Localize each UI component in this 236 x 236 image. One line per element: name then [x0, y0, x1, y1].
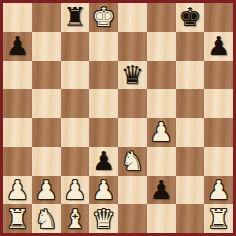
board-frame: ♜♚♚♟♟♛♟♟♞♟♟♟♟♟♟♜♞♝♛♜: [0, 0, 236, 236]
piece-white-pawn-d2[interactable]: ♟: [92, 177, 115, 203]
square-f5[interactable]: [147, 89, 176, 118]
square-d1[interactable]: ♛: [89, 204, 118, 233]
piece-black-pawn-d3[interactable]: ♟: [92, 148, 115, 174]
square-a7[interactable]: ♟: [3, 32, 32, 61]
square-d7[interactable]: [89, 32, 118, 61]
square-a4[interactable]: [3, 118, 32, 147]
piece-white-pawn-h2[interactable]: ♟: [207, 177, 230, 203]
square-d5[interactable]: [89, 89, 118, 118]
square-g4[interactable]: [176, 118, 205, 147]
square-a1[interactable]: ♜: [3, 204, 32, 233]
square-c8[interactable]: ♜: [61, 3, 90, 32]
square-d2[interactable]: ♟: [89, 176, 118, 205]
square-g8[interactable]: ♚: [176, 3, 205, 32]
square-h8[interactable]: [204, 3, 233, 32]
square-d3[interactable]: ♟: [89, 147, 118, 176]
piece-white-king-d8[interactable]: ♚: [92, 4, 115, 30]
square-a8[interactable]: [3, 3, 32, 32]
square-g7[interactable]: [176, 32, 205, 61]
square-g3[interactable]: [176, 147, 205, 176]
square-c3[interactable]: [61, 147, 90, 176]
square-a2[interactable]: ♟: [3, 176, 32, 205]
square-e7[interactable]: [118, 32, 147, 61]
square-e8[interactable]: [118, 3, 147, 32]
square-f7[interactable]: [147, 32, 176, 61]
square-d8[interactable]: ♚: [89, 3, 118, 32]
piece-white-knight-b1[interactable]: ♞: [34, 206, 57, 232]
square-b3[interactable]: [32, 147, 61, 176]
square-f3[interactable]: [147, 147, 176, 176]
square-c4[interactable]: [61, 118, 90, 147]
piece-white-knight-e3[interactable]: ♞: [121, 148, 144, 174]
square-h2[interactable]: ♟: [204, 176, 233, 205]
square-f2[interactable]: ♟: [147, 176, 176, 205]
square-b8[interactable]: [32, 3, 61, 32]
square-a6[interactable]: [3, 61, 32, 90]
piece-black-pawn-a7[interactable]: ♟: [6, 33, 29, 59]
square-e3[interactable]: ♞: [118, 147, 147, 176]
piece-black-king-g8[interactable]: ♚: [178, 4, 201, 30]
square-c5[interactable]: [61, 89, 90, 118]
square-c1[interactable]: ♝: [61, 204, 90, 233]
square-b5[interactable]: [32, 89, 61, 118]
square-b6[interactable]: [32, 61, 61, 90]
square-g6[interactable]: [176, 61, 205, 90]
square-e4[interactable]: [118, 118, 147, 147]
piece-white-bishop-c1[interactable]: ♝: [63, 206, 86, 232]
square-g1[interactable]: [176, 204, 205, 233]
square-f6[interactable]: [147, 61, 176, 90]
piece-white-pawn-b2[interactable]: ♟: [34, 177, 57, 203]
square-a3[interactable]: [3, 147, 32, 176]
square-b7[interactable]: [32, 32, 61, 61]
square-g2[interactable]: [176, 176, 205, 205]
square-b4[interactable]: [32, 118, 61, 147]
chess-board: ♜♚♚♟♟♛♟♟♞♟♟♟♟♟♟♜♞♝♛♜: [3, 3, 233, 233]
square-f8[interactable]: [147, 3, 176, 32]
square-f1[interactable]: [147, 204, 176, 233]
piece-white-pawn-f4[interactable]: ♟: [149, 119, 172, 145]
square-b2[interactable]: ♟: [32, 176, 61, 205]
piece-black-rook-c8[interactable]: ♜: [63, 4, 86, 30]
piece-white-pawn-c2[interactable]: ♟: [63, 177, 86, 203]
square-d6[interactable]: [89, 61, 118, 90]
square-e1[interactable]: [118, 204, 147, 233]
square-e2[interactable]: [118, 176, 147, 205]
square-c2[interactable]: ♟: [61, 176, 90, 205]
piece-white-pawn-a2[interactable]: ♟: [6, 177, 29, 203]
square-f4[interactable]: ♟: [147, 118, 176, 147]
piece-black-pawn-h7[interactable]: ♟: [207, 33, 230, 59]
piece-white-rook-h1[interactable]: ♜: [207, 206, 230, 232]
square-h7[interactable]: ♟: [204, 32, 233, 61]
square-h1[interactable]: ♜: [204, 204, 233, 233]
square-e6[interactable]: ♛: [118, 61, 147, 90]
square-h3[interactable]: [204, 147, 233, 176]
square-b1[interactable]: ♞: [32, 204, 61, 233]
square-d4[interactable]: [89, 118, 118, 147]
piece-black-pawn-f2[interactable]: ♟: [149, 177, 172, 203]
piece-white-queen-d1[interactable]: ♛: [92, 206, 115, 232]
square-e5[interactable]: [118, 89, 147, 118]
square-h4[interactable]: [204, 118, 233, 147]
square-a5[interactable]: [3, 89, 32, 118]
square-g5[interactable]: [176, 89, 205, 118]
piece-black-queen-e6[interactable]: ♛: [121, 62, 144, 88]
square-c6[interactable]: [61, 61, 90, 90]
piece-white-rook-a1[interactable]: ♜: [6, 206, 29, 232]
square-h6[interactable]: [204, 61, 233, 90]
square-h5[interactable]: [204, 89, 233, 118]
square-c7[interactable]: [61, 32, 90, 61]
